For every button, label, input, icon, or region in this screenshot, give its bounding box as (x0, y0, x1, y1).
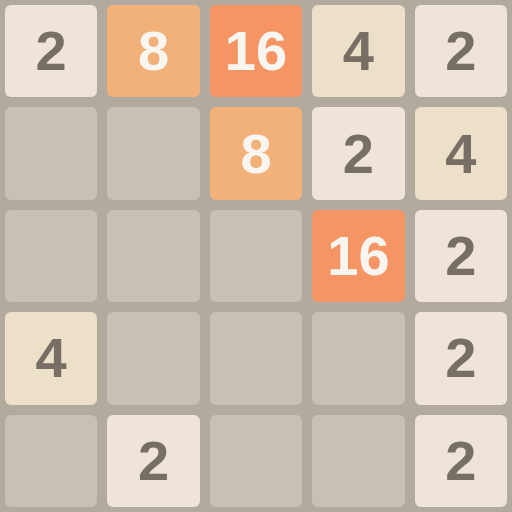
empty-cell-r3c2 (107, 210, 199, 302)
tile-2-r3c5: 2 (415, 210, 507, 302)
tile-16-r3c4: 16 (312, 210, 404, 302)
tile-8-r2c3: 8 (210, 107, 302, 199)
tile-2-r5c2: 2 (107, 415, 199, 507)
empty-cell-r4c4 (312, 312, 404, 404)
empty-cell-r2c1 (5, 107, 97, 199)
tile-4-r1c4: 4 (312, 5, 404, 97)
tile-2-r4c5: 2 (415, 312, 507, 404)
tile-8-r1c2: 8 (107, 5, 199, 97)
tile-2-r1c1: 2 (5, 5, 97, 97)
empty-cell-r4c3 (210, 312, 302, 404)
empty-cell-r4c2 (107, 312, 199, 404)
tile-2-r2c4: 2 (312, 107, 404, 199)
empty-cell-r5c3 (210, 415, 302, 507)
game-board-2048[interactable]: 2816428241624222 (0, 0, 512, 512)
tile-2-r5c5: 2 (415, 415, 507, 507)
empty-cell-r5c1 (5, 415, 97, 507)
empty-cell-r5c4 (312, 415, 404, 507)
empty-cell-r2c2 (107, 107, 199, 199)
tile-4-r4c1: 4 (5, 312, 97, 404)
tile-2-r1c5: 2 (415, 5, 507, 97)
empty-cell-r3c3 (210, 210, 302, 302)
tile-16-r1c3: 16 (210, 5, 302, 97)
tile-4-r2c5: 4 (415, 107, 507, 199)
empty-cell-r3c1 (5, 210, 97, 302)
